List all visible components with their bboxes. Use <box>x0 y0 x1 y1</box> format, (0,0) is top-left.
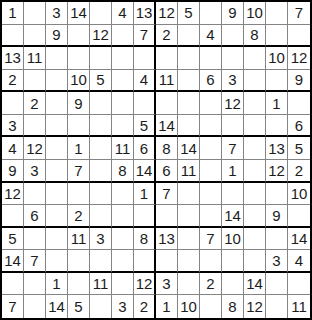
cell-r6c10[interactable] <box>200 115 222 138</box>
cell-r4c7: 4 <box>134 70 156 93</box>
cell-r9c6[interactable] <box>112 183 134 206</box>
cell-r5c11: 12 <box>222 92 244 115</box>
cell-r1c10[interactable] <box>200 2 222 25</box>
cell-r13c8: 3 <box>156 273 178 296</box>
cell-r13c10: 2 <box>200 273 222 296</box>
cell-r9c11[interactable] <box>222 183 244 206</box>
cell-r13c3: 1 <box>46 273 68 296</box>
cell-r13c5: 11 <box>90 273 112 296</box>
cell-r1c14: 7 <box>288 2 310 25</box>
cell-r12c3[interactable] <box>46 250 68 273</box>
cell-r12c7[interactable] <box>134 250 156 273</box>
cell-r8c10[interactable] <box>200 160 222 183</box>
cell-r6c12[interactable] <box>244 115 266 138</box>
cell-r10c10[interactable] <box>200 205 222 228</box>
cell-r14c10[interactable] <box>200 295 222 318</box>
cell-r3c4[interactable] <box>68 47 90 70</box>
cell-r7c9: 14 <box>178 137 200 160</box>
cell-r8c1: 9 <box>2 160 24 183</box>
cell-r10c3[interactable] <box>46 205 68 228</box>
cell-r14c13[interactable] <box>266 295 288 318</box>
cell-r1c2[interactable] <box>24 2 46 25</box>
cell-r3c6[interactable] <box>112 47 134 70</box>
cell-r10c4: 2 <box>68 205 90 228</box>
cell-r6c11[interactable] <box>222 115 244 138</box>
cell-r3c10[interactable] <box>200 47 222 70</box>
cell-r4c5: 5 <box>90 70 112 93</box>
cell-r12c8[interactable] <box>156 250 178 273</box>
cell-r11c11: 10 <box>222 228 244 251</box>
cell-r14c8: 1 <box>156 295 178 318</box>
cell-r12c6[interactable] <box>112 250 134 273</box>
cell-r12c9[interactable] <box>178 250 200 273</box>
cell-r8c14: 2 <box>288 160 310 183</box>
cell-r3c2: 11 <box>24 47 46 70</box>
cell-r11c12[interactable] <box>244 228 266 251</box>
cell-r11c6[interactable] <box>112 228 134 251</box>
cell-r6c6[interactable] <box>112 115 134 138</box>
cell-r11c9[interactable] <box>178 228 200 251</box>
cell-r1c4: 14 <box>68 2 90 25</box>
cell-r1c11: 9 <box>222 2 244 25</box>
cell-r8c8: 6 <box>156 160 178 183</box>
cell-r9c9[interactable] <box>178 183 200 206</box>
cell-r5c14[interactable] <box>288 92 310 115</box>
cell-r11c10: 7 <box>200 228 222 251</box>
cell-r2c4[interactable] <box>68 25 90 48</box>
cell-r14c14: 11 <box>288 295 310 318</box>
cell-r7c4: 1 <box>68 137 90 160</box>
cell-r3c14: 12 <box>288 47 310 70</box>
cell-r4c1: 2 <box>2 70 24 93</box>
cell-r6c14: 6 <box>288 115 310 138</box>
cell-r7c10[interactable] <box>200 137 222 160</box>
cell-r9c2[interactable] <box>24 183 46 206</box>
cell-r10c6[interactable] <box>112 205 134 228</box>
cell-r11c8: 13 <box>156 228 178 251</box>
cell-r3c11[interactable] <box>222 47 244 70</box>
cell-r5c6[interactable] <box>112 92 134 115</box>
cell-r7c11: 7 <box>222 137 244 160</box>
cell-r2c7: 7 <box>134 25 156 48</box>
cell-r3c5[interactable] <box>90 47 112 70</box>
cell-r14c7: 2 <box>134 295 156 318</box>
cell-r1c12: 10 <box>244 2 266 25</box>
cell-r12c10[interactable] <box>200 250 222 273</box>
cell-r7c12[interactable] <box>244 137 266 160</box>
cell-r1c8: 12 <box>156 2 178 25</box>
cell-r10c7[interactable] <box>134 205 156 228</box>
cell-r2c5: 12 <box>90 25 112 48</box>
cell-r2c10: 4 <box>200 25 222 48</box>
cell-r12c13: 3 <box>266 250 288 273</box>
cell-r6c2[interactable] <box>24 115 46 138</box>
cell-r1c6: 4 <box>112 2 134 25</box>
cell-r14c2[interactable] <box>24 295 46 318</box>
cell-r13c7: 12 <box>134 273 156 296</box>
cell-r12c14: 4 <box>288 250 310 273</box>
cell-r11c2[interactable] <box>24 228 46 251</box>
cell-r13c4[interactable] <box>68 273 90 296</box>
cell-r7c5[interactable] <box>90 137 112 160</box>
cell-r10c5[interactable] <box>90 205 112 228</box>
cell-r5c8[interactable] <box>156 92 178 115</box>
cell-r12c2: 7 <box>24 250 46 273</box>
cell-r2c11[interactable] <box>222 25 244 48</box>
cell-r8c13: 12 <box>266 160 288 183</box>
cell-r11c1: 5 <box>2 228 24 251</box>
cell-r10c12[interactable] <box>244 205 266 228</box>
cell-r5c4: 9 <box>68 92 90 115</box>
cell-r13c12: 14 <box>244 273 266 296</box>
cell-r2c8: 2 <box>156 25 178 48</box>
cell-r4c14: 9 <box>288 70 310 93</box>
cell-r4c4: 10 <box>68 70 90 93</box>
cell-r7c6: 11 <box>112 137 134 160</box>
cell-r10c13: 9 <box>266 205 288 228</box>
cell-r9c1: 12 <box>2 183 24 206</box>
cell-r2c12: 8 <box>244 25 266 48</box>
cell-r7c2: 12 <box>24 137 46 160</box>
cell-r4c11: 3 <box>222 70 244 93</box>
cell-r9c12[interactable] <box>244 183 266 206</box>
cell-r4c10: 6 <box>200 70 222 93</box>
cell-r10c14[interactable] <box>288 205 310 228</box>
cell-r3c8[interactable] <box>156 47 178 70</box>
cell-r3c1: 13 <box>2 47 24 70</box>
cell-r4c9[interactable] <box>178 70 200 93</box>
cell-r9c10[interactable] <box>200 183 222 206</box>
cell-r8c11: 1 <box>222 160 244 183</box>
cell-r8c4: 7 <box>68 160 90 183</box>
cell-r4c13[interactable] <box>266 70 288 93</box>
cell-r3c7[interactable] <box>134 47 156 70</box>
cell-r1c5[interactable] <box>90 2 112 25</box>
cell-r8c6: 8 <box>112 160 134 183</box>
cell-r11c3[interactable] <box>46 228 68 251</box>
cell-r4c2[interactable] <box>24 70 46 93</box>
cell-r2c13[interactable] <box>266 25 288 48</box>
cell-r13c1[interactable] <box>2 273 24 296</box>
cell-r8c12[interactable] <box>244 160 266 183</box>
cell-r14c4: 5 <box>68 295 90 318</box>
cell-r10c1[interactable] <box>2 205 24 228</box>
cell-r2c3: 9 <box>46 25 68 48</box>
cell-r7c1: 4 <box>2 137 24 160</box>
cell-r6c8: 14 <box>156 115 178 138</box>
cell-r13c6[interactable] <box>112 273 134 296</box>
cell-r4c6[interactable] <box>112 70 134 93</box>
cell-r14c6: 3 <box>112 295 134 318</box>
cell-r10c2: 6 <box>24 205 46 228</box>
cell-r11c7: 8 <box>134 228 156 251</box>
cell-r11c5: 3 <box>90 228 112 251</box>
cell-r9c7: 1 <box>134 183 156 206</box>
cell-r1c1: 1 <box>2 2 24 25</box>
cell-r5c7[interactable] <box>134 92 156 115</box>
cell-r5c1[interactable] <box>2 92 24 115</box>
cell-r13c11[interactable] <box>222 273 244 296</box>
cell-r5c12[interactable] <box>244 92 266 115</box>
cell-r4c8: 11 <box>156 70 178 93</box>
cell-r9c5[interactable] <box>90 183 112 206</box>
cell-r13c14[interactable] <box>288 273 310 296</box>
cell-r10c11: 14 <box>222 205 244 228</box>
cell-r2c14[interactable] <box>288 25 310 48</box>
cell-r6c13[interactable] <box>266 115 288 138</box>
cell-r3c13: 10 <box>266 47 288 70</box>
cell-r8c5[interactable] <box>90 160 112 183</box>
cell-r14c9: 10 <box>178 295 200 318</box>
cell-r6c9[interactable] <box>178 115 200 138</box>
cell-r6c3[interactable] <box>46 115 68 138</box>
cell-r4c3[interactable] <box>46 70 68 93</box>
cell-r2c6[interactable] <box>112 25 134 48</box>
cell-r2c9[interactable] <box>178 25 200 48</box>
cell-r11c13[interactable] <box>266 228 288 251</box>
cell-r8c3[interactable] <box>46 160 68 183</box>
cell-r8c2: 3 <box>24 160 46 183</box>
cell-r12c1: 14 <box>2 250 24 273</box>
cell-r14c1: 7 <box>2 295 24 318</box>
cell-r8c7: 14 <box>134 160 156 183</box>
cell-r13c9[interactable] <box>178 273 200 296</box>
cell-r10c8[interactable] <box>156 205 178 228</box>
cell-r7c8: 8 <box>156 137 178 160</box>
cell-r11c14: 14 <box>288 228 310 251</box>
cell-r12c5[interactable] <box>90 250 112 273</box>
cell-r14c3: 14 <box>46 295 68 318</box>
cell-r2c1[interactable] <box>2 25 24 48</box>
cell-r2c2[interactable] <box>24 25 46 48</box>
cell-r14c5[interactable] <box>90 295 112 318</box>
cell-r3c9[interactable] <box>178 47 200 70</box>
cell-r3c3[interactable] <box>46 47 68 70</box>
cell-r13c13[interactable] <box>266 273 288 296</box>
cell-r9c4[interactable] <box>68 183 90 206</box>
cell-r5c5[interactable] <box>90 92 112 115</box>
cell-r5c13: 1 <box>266 92 288 115</box>
cell-r12c12[interactable] <box>244 250 266 273</box>
cell-r11c4: 11 <box>68 228 90 251</box>
cell-r9c14: 10 <box>288 183 310 206</box>
cell-r5c10[interactable] <box>200 92 222 115</box>
cell-r3c12[interactable] <box>244 47 266 70</box>
cell-r4c12[interactable] <box>244 70 266 93</box>
cell-r9c13[interactable] <box>266 183 288 206</box>
cell-r1c13[interactable] <box>266 2 288 25</box>
cell-r14c11: 8 <box>222 295 244 318</box>
cell-r1c3: 3 <box>46 2 68 25</box>
cell-r6c5[interactable] <box>90 115 112 138</box>
cell-r9c8: 7 <box>156 183 178 206</box>
cell-r5c3[interactable] <box>46 92 68 115</box>
cell-r7c14: 5 <box>288 137 310 160</box>
cell-r6c4[interactable] <box>68 115 90 138</box>
sudoku-board: 1314413125910791272481311101221054116392… <box>0 0 312 320</box>
cell-r5c9[interactable] <box>178 92 200 115</box>
cell-r5c2: 2 <box>24 92 46 115</box>
cell-r7c3[interactable] <box>46 137 68 160</box>
cell-r12c11[interactable] <box>222 250 244 273</box>
cell-r14c12: 12 <box>244 295 266 318</box>
cell-r9c3[interactable] <box>46 183 68 206</box>
cell-r1c7: 13 <box>134 2 156 25</box>
cell-r6c7: 5 <box>134 115 156 138</box>
cell-r7c13: 13 <box>266 137 288 160</box>
cell-r1c9: 5 <box>178 2 200 25</box>
cell-r12c4[interactable] <box>68 250 90 273</box>
cell-r7c7: 6 <box>134 137 156 160</box>
cell-r10c9[interactable] <box>178 205 200 228</box>
cell-r13c2[interactable] <box>24 273 46 296</box>
cell-r8c9: 11 <box>178 160 200 183</box>
cell-r6c1: 3 <box>2 115 24 138</box>
